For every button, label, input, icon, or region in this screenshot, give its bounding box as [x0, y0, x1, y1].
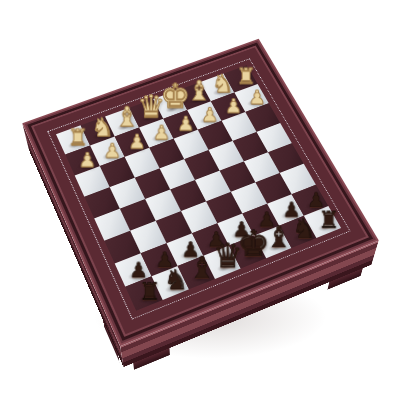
white-rook: ♜ — [236, 66, 256, 88]
board-foot — [327, 268, 362, 290]
white-queen: ♛ — [137, 91, 165, 122]
white-pawn: ♟ — [152, 123, 170, 143]
board-foot — [133, 348, 170, 370]
white-knight: ♞ — [91, 115, 114, 140]
chess-board: ♜♞♝♛♚♝♞♜♟♟♟♟♟♟♟♟♟♟♟♟♟♟♟♟♜♞♝♛♚♝♞♜ — [22, 39, 379, 346]
white-pawn: ♟ — [128, 132, 146, 152]
white-knight: ♞ — [211, 71, 233, 96]
white-pawn: ♟ — [103, 141, 121, 161]
white-bishop: ♝ — [114, 104, 138, 131]
black-bishop: ♝ — [188, 254, 214, 284]
white-rook: ♜ — [67, 127, 87, 150]
black-rook: ♜ — [318, 209, 339, 233]
white-pawn: ♟ — [78, 150, 96, 170]
white-pawn: ♟ — [177, 114, 194, 134]
white-pawn: ♟ — [224, 96, 241, 115]
board-frame: ♜♞♝♛♚♝♞♜♟♟♟♟♟♟♟♟♟♟♟♟♟♟♟♟♜♞♝♛♚♝♞♜ — [22, 39, 379, 346]
scene: ♜♞♝♛♚♝♞♜♟♟♟♟♟♟♟♟♟♟♟♟♟♟♟♟♜♞♝♛♚♝♞♜ — [0, 0, 400, 400]
white-pawn: ♟ — [248, 88, 265, 107]
black-queen: ♛ — [212, 239, 242, 273]
black-rook: ♜ — [138, 280, 160, 305]
black-knight: ♞ — [163, 266, 188, 294]
white-pawn: ♟ — [201, 105, 218, 124]
product-photo: ♜♞♝♛♚♝♞♜♟♟♟♟♟♟♟♟♟♟♟♟♟♟♟♟♜♞♝♛♚♝♞♜ — [0, 0, 400, 400]
black-knight: ♞ — [291, 215, 315, 242]
